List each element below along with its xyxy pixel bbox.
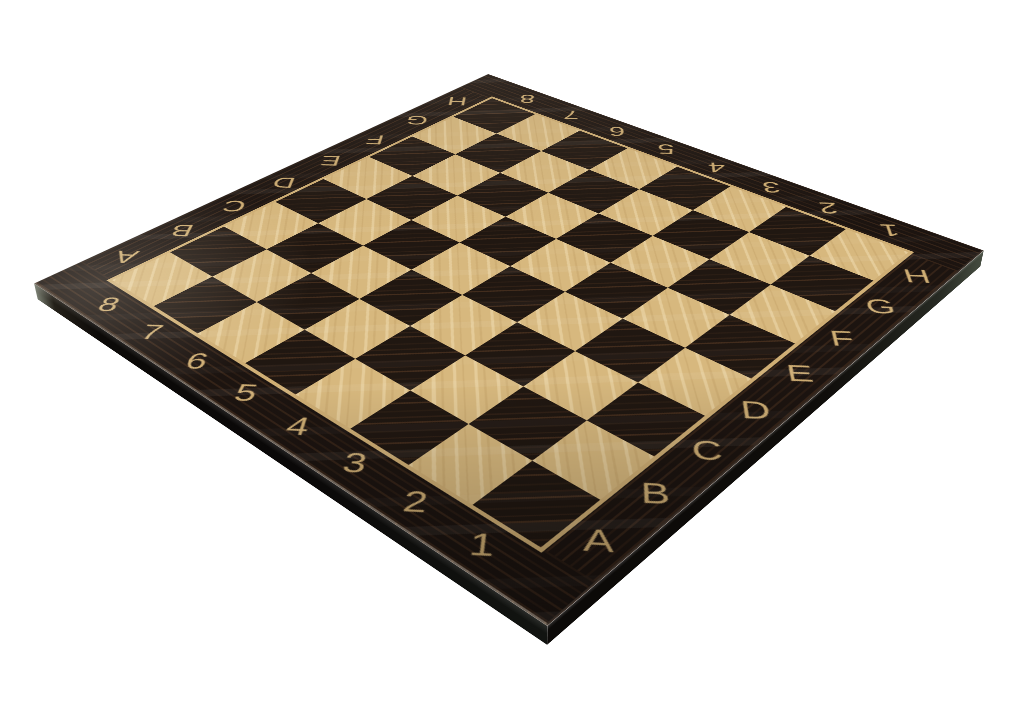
square-b6 — [256, 273, 359, 330]
square-d3 — [516, 292, 622, 352]
rank-label-far-4: 4 — [708, 161, 727, 175]
file-label-far-e: E — [318, 154, 343, 168]
square-e1 — [685, 315, 795, 379]
rank-label-near-2: 2 — [401, 486, 430, 516]
rank-label-near-3: 3 — [340, 448, 370, 476]
rank-label-near-1: 1 — [467, 528, 496, 561]
square-b1 — [531, 420, 654, 500]
rank-label-far-6: 6 — [609, 125, 625, 138]
rank-label-near-8: 8 — [94, 294, 124, 314]
file-label-near-d: D — [739, 397, 772, 423]
chess-board: AA11BB22CC33DD44EE55FF66GG77HH88 — [34, 74, 984, 626]
square-b2 — [468, 387, 586, 461]
square-a6 — [198, 302, 304, 363]
square-e3 — [565, 263, 668, 319]
square-d2 — [575, 319, 685, 383]
file-label-far-g: G — [405, 114, 430, 127]
border-left-grain — [36, 261, 596, 623]
rank-label-near-4: 4 — [283, 413, 313, 439]
file-label-near-b: B — [640, 478, 670, 508]
square-f1 — [729, 284, 835, 343]
rank-label-far-7: 7 — [563, 109, 579, 121]
file-label-near-c: C — [691, 436, 724, 464]
square-c5 — [359, 270, 462, 326]
square-c3 — [465, 322, 575, 386]
rank-label-far-5: 5 — [657, 142, 675, 156]
square-f2 — [667, 259, 770, 315]
square-a3 — [350, 390, 468, 464]
square-c4 — [410, 295, 516, 355]
square-b4 — [355, 326, 465, 390]
rank-label-near-6: 6 — [182, 350, 212, 373]
square-a1 — [472, 461, 600, 548]
file-label-near-g: G — [863, 296, 898, 317]
photo-background: AA11BB22CC33DD44EE55FF66GG77HH88 — [0, 0, 1024, 712]
square-d4 — [462, 266, 565, 322]
square-a4 — [296, 359, 410, 428]
square-c1 — [586, 383, 704, 457]
rank-label-near-5: 5 — [231, 380, 261, 404]
file-label-near-e: E — [785, 361, 816, 385]
camera-roll-wrapper: AA11BB22CC33DD44EE55FF66GG77HH88 — [0, 0, 1024, 712]
file-label-near-a: A — [583, 524, 614, 557]
rank-label-far-8: 8 — [519, 93, 536, 105]
perspective-scene: AA11BB22CC33DD44EE55FF66GG77HH88 — [0, 0, 1024, 712]
playing-field — [112, 98, 908, 547]
square-b3 — [409, 355, 523, 424]
file-label-near-f: F — [827, 327, 856, 349]
rank-label-far-3: 3 — [761, 180, 782, 195]
board-top-face: AA11BB22CC33DD44EE55FF66GG77HH88 — [34, 74, 984, 626]
square-b5 — [304, 299, 410, 359]
square-c2 — [523, 351, 637, 420]
square-g1 — [770, 256, 873, 311]
square-a2 — [409, 424, 532, 504]
file-label-near-h: H — [900, 266, 933, 285]
square-e2 — [623, 288, 729, 348]
file-label-far-c: C — [220, 198, 249, 214]
file-label-far-d: D — [270, 175, 298, 190]
file-label-far-f: F — [364, 133, 386, 146]
square-a5 — [245, 330, 355, 395]
rank-label-near-7: 7 — [137, 321, 167, 342]
square-a7 — [154, 277, 257, 334]
square-d1 — [637, 348, 751, 416]
file-label-far-a: A — [110, 248, 142, 266]
file-label-far-h: H — [446, 96, 468, 108]
file-label-far-b: B — [167, 222, 197, 239]
